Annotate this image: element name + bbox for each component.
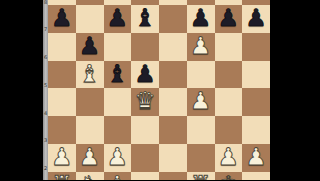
white-pawn[interactable]: ♟ <box>51 144 73 172</box>
square-d6[interactable] <box>131 33 159 61</box>
black-bishop[interactable]: ♝ <box>107 61 129 89</box>
square-a4[interactable] <box>48 88 76 116</box>
white-pawn[interactable]: ♟ <box>190 88 212 116</box>
square-e4[interactable] <box>159 88 187 116</box>
square-e3[interactable] <box>159 116 187 144</box>
square-f2[interactable] <box>187 144 215 172</box>
black-pawn[interactable]: ♟ <box>245 5 267 33</box>
square-h5[interactable] <box>242 61 270 89</box>
square-c4[interactable] <box>104 88 132 116</box>
square-f5[interactable] <box>187 61 215 89</box>
white-queen[interactable]: ♛ <box>134 88 156 116</box>
square-d1[interactable] <box>131 172 159 181</box>
white-bishop[interactable]: ♝ <box>107 172 129 181</box>
square-e2[interactable] <box>159 144 187 172</box>
square-h7[interactable]: ♟ <box>242 5 270 33</box>
square-d3[interactable] <box>131 116 159 144</box>
square-c3[interactable] <box>104 116 132 144</box>
square-d7[interactable]: ♝ <box>131 5 159 33</box>
square-h6[interactable] <box>242 33 270 61</box>
square-d4[interactable]: ♛ <box>131 88 159 116</box>
square-f4[interactable]: ♟ <box>187 88 215 116</box>
black-pawn[interactable]: ♟ <box>134 61 156 89</box>
black-pawn[interactable]: ♟ <box>51 5 73 33</box>
square-c2[interactable]: ♟ <box>104 144 132 172</box>
square-c6[interactable] <box>104 33 132 61</box>
square-a7[interactable]: ♟ <box>48 5 76 33</box>
board-viewport: ♜♛♚♜♟♟♝♟♟♟♟♟♝♝♟♛♟♟♟♟♟♟♜♞♝♜♚ <box>48 0 270 180</box>
white-knight[interactable]: ♞ <box>79 172 101 181</box>
square-b1[interactable]: ♞ <box>76 172 104 181</box>
white-king[interactable]: ♚ <box>218 172 240 181</box>
rank-label-8: 8 <box>43 0 48 5</box>
square-b4[interactable] <box>76 88 104 116</box>
square-a5[interactable] <box>48 61 76 89</box>
square-g1[interactable]: ♚ <box>215 172 243 181</box>
rank-label-7: 7 <box>43 26 48 32</box>
white-bishop[interactable]: ♝ <box>79 61 101 89</box>
square-e6[interactable] <box>159 33 187 61</box>
chess-board: ♜♛♚♜♟♟♝♟♟♟♟♟♝♝♟♛♟♟♟♟♟♟♜♞♝♜♚ <box>48 0 270 180</box>
black-pawn[interactable]: ♟ <box>218 5 240 33</box>
white-pawn[interactable]: ♟ <box>218 144 240 172</box>
rank-label-3: 3 <box>43 137 48 143</box>
square-e5[interactable] <box>159 61 187 89</box>
white-rook[interactable]: ♜ <box>190 172 212 181</box>
square-b5[interactable]: ♝ <box>76 61 104 89</box>
black-pawn[interactable]: ♟ <box>190 5 212 33</box>
square-a3[interactable] <box>48 116 76 144</box>
rank-label-4: 4 <box>43 110 48 116</box>
rank-label-6: 6 <box>43 54 48 60</box>
square-h4[interactable] <box>242 88 270 116</box>
chess-app-screenshot: 87654321 ♜♛♚♜♟♟♝♟♟♟♟♟♝♝♟♛♟♟♟♟♟♟♜♞♝♜♚ <box>0 0 320 180</box>
square-f6[interactable]: ♟ <box>187 33 215 61</box>
black-pawn[interactable]: ♟ <box>107 5 129 33</box>
square-f7[interactable]: ♟ <box>187 5 215 33</box>
square-h1[interactable] <box>242 172 270 181</box>
square-b3[interactable] <box>76 116 104 144</box>
square-h2[interactable]: ♟ <box>242 144 270 172</box>
square-d5[interactable]: ♟ <box>131 61 159 89</box>
square-g2[interactable]: ♟ <box>215 144 243 172</box>
rank-label-2: 2 <box>43 165 48 171</box>
square-b7[interactable] <box>76 5 104 33</box>
white-pawn[interactable]: ♟ <box>245 144 267 172</box>
square-f1[interactable]: ♜ <box>187 172 215 181</box>
square-b6[interactable]: ♟ <box>76 33 104 61</box>
letterbox-left <box>0 0 43 180</box>
square-g3[interactable] <box>215 116 243 144</box>
square-g6[interactable] <box>215 33 243 61</box>
square-g5[interactable] <box>215 61 243 89</box>
square-d2[interactable] <box>131 144 159 172</box>
rank-coordinate-strip: 87654321 <box>43 0 48 180</box>
square-a6[interactable] <box>48 33 76 61</box>
square-e7[interactable] <box>159 5 187 33</box>
white-pawn[interactable]: ♟ <box>190 33 212 61</box>
rank-label-5: 5 <box>43 82 48 88</box>
square-a1[interactable]: ♜ <box>48 172 76 181</box>
square-g4[interactable] <box>215 88 243 116</box>
white-pawn[interactable]: ♟ <box>107 144 129 172</box>
square-e1[interactable] <box>159 172 187 181</box>
square-c5[interactable]: ♝ <box>104 61 132 89</box>
square-c7[interactable]: ♟ <box>104 5 132 33</box>
white-pawn[interactable]: ♟ <box>79 144 101 172</box>
letterbox-right <box>270 0 320 180</box>
square-g7[interactable]: ♟ <box>215 5 243 33</box>
black-bishop[interactable]: ♝ <box>134 5 156 33</box>
square-a2[interactable]: ♟ <box>48 144 76 172</box>
square-h3[interactable] <box>242 116 270 144</box>
square-c1[interactable]: ♝ <box>104 172 132 181</box>
square-f3[interactable] <box>187 116 215 144</box>
black-pawn[interactable]: ♟ <box>79 33 101 61</box>
square-b2[interactable]: ♟ <box>76 144 104 172</box>
white-rook[interactable]: ♜ <box>51 172 73 181</box>
